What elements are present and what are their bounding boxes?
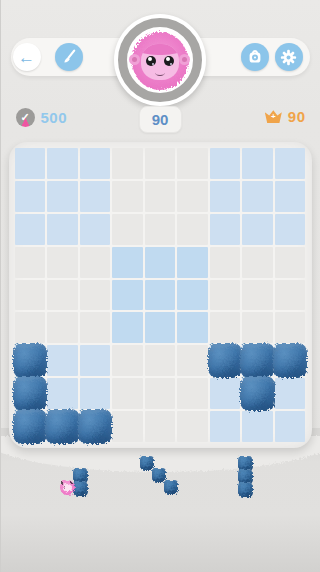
board-cell[interactable] (15, 312, 46, 343)
crowns-value: 90 (288, 108, 306, 125)
board-cell[interactable] (145, 280, 176, 311)
mascot-eye-right (164, 56, 174, 66)
board-cell[interactable] (177, 312, 208, 343)
tray-piece-3[interactable] (239, 457, 252, 496)
board-cell[interactable] (275, 378, 306, 409)
board-cell[interactable] (15, 378, 46, 409)
brush-button[interactable] (55, 43, 83, 71)
board-cell[interactable] (112, 378, 143, 409)
board-cell[interactable] (15, 411, 46, 442)
board-cell[interactable] (210, 214, 241, 245)
board-cell[interactable] (210, 411, 241, 442)
board-cell[interactable] (177, 280, 208, 311)
board-cell[interactable] (15, 280, 46, 311)
board-cell[interactable] (177, 378, 208, 409)
board-cell[interactable] (210, 181, 241, 212)
backpack-button[interactable] (241, 43, 269, 71)
board-cell[interactable] (112, 411, 143, 442)
board-cell[interactable] (242, 181, 273, 212)
board-cell[interactable] (15, 148, 46, 179)
board-cell[interactable] (47, 378, 78, 409)
board-cell[interactable] (47, 345, 78, 376)
board-cell[interactable] (275, 181, 306, 212)
board-cell[interactable] (242, 312, 273, 343)
board-cell[interactable] (145, 345, 176, 376)
board-cell[interactable] (275, 411, 306, 442)
tray-piece-2[interactable] (141, 457, 177, 493)
board-cell[interactable] (177, 247, 208, 278)
crowns-stat: + 90 (265, 108, 306, 125)
board-cell[interactable] (80, 411, 111, 442)
mascot-eye-left (146, 56, 156, 66)
settings-button[interactable] (275, 43, 303, 71)
game-screen: ← (1, 0, 320, 572)
checkmark-badge-icon: ✓ (16, 108, 35, 127)
placed-block (13, 409, 48, 444)
board-cell[interactable] (242, 148, 273, 179)
board-cell[interactable] (112, 181, 143, 212)
board-cell[interactable] (210, 345, 241, 376)
board-cell[interactable] (112, 280, 143, 311)
tray-block (239, 483, 252, 496)
board-cell[interactable] (80, 312, 111, 343)
mascot-progress-ring (118, 18, 202, 102)
pink-creature-eye-right (71, 482, 73, 484)
tray-empty (165, 457, 177, 469)
mascot-ear-right (179, 54, 190, 65)
mascot-badge[interactable] (114, 14, 206, 106)
placed-block (13, 343, 48, 378)
score-value: 90 (152, 111, 169, 128)
board-cell[interactable] (145, 181, 176, 212)
board-cell[interactable] (47, 247, 78, 278)
board-cell[interactable] (210, 148, 241, 179)
placed-block (240, 376, 275, 411)
board-cell[interactable] (145, 214, 176, 245)
board-cell[interactable] (145, 378, 176, 409)
board-cell[interactable] (177, 148, 208, 179)
board-cell[interactable] (112, 345, 143, 376)
crown-icon: + (265, 110, 282, 123)
board-cell[interactable] (145, 411, 176, 442)
board-cell[interactable] (47, 148, 78, 179)
tray-block (74, 482, 87, 495)
mascot-ear-left (129, 54, 140, 65)
score-chip: 90 (139, 106, 182, 133)
tray-block (141, 457, 153, 469)
board-cell[interactable] (210, 378, 241, 409)
board-cell[interactable] (112, 247, 143, 278)
back-button[interactable]: ← (13, 43, 41, 71)
board-cell[interactable] (80, 181, 111, 212)
board-cell[interactable] (242, 214, 273, 245)
board-cell[interactable] (275, 148, 306, 179)
placed-block (273, 343, 308, 378)
arrow-left-icon: ← (18, 49, 35, 66)
placed-block (208, 343, 243, 378)
board-cell[interactable] (210, 312, 241, 343)
board-cell[interactable] (242, 378, 273, 409)
board-cell[interactable] (47, 312, 78, 343)
gear-icon (280, 49, 297, 66)
board-cell[interactable] (80, 148, 111, 179)
board-cell[interactable] (112, 148, 143, 179)
board-cell[interactable] (47, 181, 78, 212)
board-cell[interactable] (177, 345, 208, 376)
board-cell[interactable] (80, 247, 111, 278)
placed-block (78, 409, 113, 444)
game-board (9, 142, 312, 448)
board-cell[interactable] (210, 247, 241, 278)
board-grid (15, 148, 306, 442)
paintbrush-icon (61, 49, 77, 65)
board-cell[interactable] (177, 411, 208, 442)
backpack-icon (246, 48, 264, 66)
board-cell[interactable] (15, 345, 46, 376)
placed-block (13, 376, 48, 411)
board-cell[interactable] (47, 214, 78, 245)
board-cell[interactable] (242, 247, 273, 278)
board-cell[interactable] (80, 280, 111, 311)
board-cell[interactable] (275, 345, 306, 376)
board-cell[interactable] (47, 411, 78, 442)
board-cell[interactable] (177, 181, 208, 212)
board-cell[interactable] (210, 280, 241, 311)
board-cell[interactable] (145, 247, 176, 278)
board-cell[interactable] (80, 378, 111, 409)
board-cell[interactable] (242, 345, 273, 376)
progress-stat: ✓ 500 (16, 108, 68, 127)
board-cell[interactable] (15, 181, 46, 212)
board-cell[interactable] (275, 280, 306, 311)
tray-empty (141, 469, 153, 481)
tray-block (165, 481, 177, 493)
board-cell[interactable] (112, 312, 143, 343)
board-cell[interactable] (80, 214, 111, 245)
board-cell[interactable] (275, 214, 306, 245)
board-cell[interactable] (47, 280, 78, 311)
tray-empty (141, 481, 153, 493)
placed-block (45, 409, 80, 444)
board-cell[interactable] (145, 312, 176, 343)
board-cell[interactable] (15, 247, 46, 278)
pink-creature[interactable] (60, 480, 75, 495)
board-cell[interactable] (177, 214, 208, 245)
board-cell[interactable] (112, 214, 143, 245)
board-cell[interactable] (275, 312, 306, 343)
board-cell[interactable] (242, 411, 273, 442)
placed-block (240, 343, 275, 378)
board-cell[interactable] (242, 280, 273, 311)
pink-creature-smile (63, 485, 66, 488)
board-cell[interactable] (15, 214, 46, 245)
tray-block (153, 469, 165, 481)
tray-piece-1[interactable] (74, 469, 87, 495)
tray-empty (153, 481, 165, 493)
pink-creature-eye-left (61, 482, 63, 484)
board-cell[interactable] (275, 247, 306, 278)
mascot-face (141, 44, 179, 80)
board-cell[interactable] (80, 345, 111, 376)
mascot-smile (155, 69, 165, 76)
board-cell[interactable] (145, 148, 176, 179)
progress-value: 500 (41, 109, 68, 126)
